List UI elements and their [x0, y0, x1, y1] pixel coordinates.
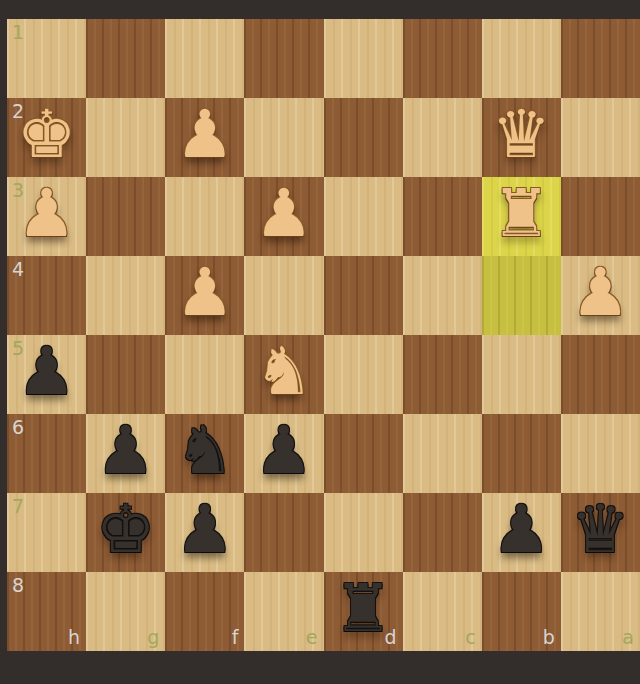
square-g4[interactable]	[86, 256, 165, 335]
square-e4[interactable]	[244, 256, 323, 335]
square-d4[interactable]	[324, 256, 403, 335]
square-g7[interactable]: ♚	[86, 493, 165, 572]
white-rook-b3[interactable]: ♜	[482, 181, 561, 247]
rank-label-1: 1	[12, 23, 24, 42]
square-c1[interactable]	[403, 19, 482, 98]
square-f4[interactable]: ♟	[165, 256, 244, 335]
square-h2[interactable]: 2♚	[7, 98, 86, 177]
black-knight-f6[interactable]: ♞	[165, 418, 244, 484]
square-e7[interactable]	[244, 493, 323, 572]
square-b5[interactable]	[482, 335, 561, 414]
rank-label-8: 8	[12, 576, 24, 595]
file-label-h: h	[68, 628, 80, 647]
square-c5[interactable]	[403, 335, 482, 414]
square-b2[interactable]: ♛	[482, 98, 561, 177]
square-g2[interactable]	[86, 98, 165, 177]
square-d6[interactable]	[324, 414, 403, 493]
file-label-c: c	[465, 628, 475, 647]
square-g3[interactable]	[86, 177, 165, 256]
square-a7[interactable]: ♛	[561, 493, 640, 572]
black-pawn-h5[interactable]: ♟	[7, 339, 86, 405]
square-h5[interactable]: 5♟	[7, 335, 86, 414]
square-d2[interactable]	[324, 98, 403, 177]
square-f5[interactable]	[165, 335, 244, 414]
square-h6[interactable]: 6	[7, 414, 86, 493]
square-g1[interactable]	[86, 19, 165, 98]
white-pawn-f4[interactable]: ♟	[165, 260, 244, 326]
square-a6[interactable]	[561, 414, 640, 493]
file-label-f: f	[232, 628, 239, 647]
black-king-g7[interactable]: ♚	[86, 497, 165, 563]
square-c6[interactable]	[403, 414, 482, 493]
square-d7[interactable]	[324, 493, 403, 572]
square-e5[interactable]: ♞	[244, 335, 323, 414]
square-c7[interactable]	[403, 493, 482, 572]
rank-label-6: 6	[12, 418, 24, 437]
black-queen-a7[interactable]: ♛	[561, 497, 640, 563]
square-g8[interactable]: g	[86, 572, 165, 651]
square-h7[interactable]: 7	[7, 493, 86, 572]
white-queen-b2[interactable]: ♛	[482, 102, 561, 168]
white-pawn-e3[interactable]: ♟	[244, 181, 323, 247]
black-pawn-b7[interactable]: ♟	[482, 497, 561, 563]
file-label-g: g	[147, 628, 159, 647]
square-f7[interactable]: ♟	[165, 493, 244, 572]
white-king-h2[interactable]: ♚	[7, 102, 86, 168]
square-h3[interactable]: 3♟	[7, 177, 86, 256]
square-a5[interactable]	[561, 335, 640, 414]
file-label-e: e	[306, 628, 318, 647]
square-f6[interactable]: ♞	[165, 414, 244, 493]
square-c2[interactable]	[403, 98, 482, 177]
square-a2[interactable]	[561, 98, 640, 177]
square-d1[interactable]	[324, 19, 403, 98]
square-f2[interactable]: ♟	[165, 98, 244, 177]
square-g6[interactable]: ♟	[86, 414, 165, 493]
square-g5[interactable]	[86, 335, 165, 414]
white-knight-e5[interactable]: ♞	[244, 339, 323, 405]
rank-label-7: 7	[12, 497, 24, 516]
square-d5[interactable]	[324, 335, 403, 414]
square-f3[interactable]	[165, 177, 244, 256]
square-f1[interactable]	[165, 19, 244, 98]
white-pawn-h3[interactable]: ♟	[7, 181, 86, 247]
white-pawn-a4[interactable]: ♟	[561, 260, 640, 326]
square-h8[interactable]: 8h	[7, 572, 86, 651]
square-b8[interactable]: b	[482, 572, 561, 651]
square-b6[interactable]	[482, 414, 561, 493]
black-pawn-f7[interactable]: ♟	[165, 497, 244, 563]
square-e8[interactable]: e	[244, 572, 323, 651]
square-c3[interactable]	[403, 177, 482, 256]
square-b4[interactable]	[482, 256, 561, 335]
square-c4[interactable]	[403, 256, 482, 335]
square-a1[interactable]	[561, 19, 640, 98]
square-a3[interactable]	[561, 177, 640, 256]
black-pawn-e6[interactable]: ♟	[244, 418, 323, 484]
square-d8[interactable]: d♜	[324, 572, 403, 651]
rank-label-4: 4	[12, 260, 24, 279]
square-e6[interactable]: ♟	[244, 414, 323, 493]
chess-board: 12♚♟♛3♟♟♜4♟♟5♟♞6♟♞♟7♚♟♟♛8hgfed♜cba	[7, 19, 640, 651]
white-pawn-f2[interactable]: ♟	[165, 102, 244, 168]
square-e2[interactable]	[244, 98, 323, 177]
square-b1[interactable]	[482, 19, 561, 98]
square-c8[interactable]: c	[403, 572, 482, 651]
black-pawn-g6[interactable]: ♟	[86, 418, 165, 484]
square-b7[interactable]: ♟	[482, 493, 561, 572]
file-label-b: b	[543, 628, 555, 647]
square-e3[interactable]: ♟	[244, 177, 323, 256]
square-e1[interactable]	[244, 19, 323, 98]
square-b3[interactable]: ♜	[482, 177, 561, 256]
square-f8[interactable]: f	[165, 572, 244, 651]
black-rook-d8[interactable]: ♜	[324, 576, 403, 642]
file-label-a: a	[622, 628, 634, 647]
square-a8[interactable]: a	[561, 572, 640, 651]
square-h1[interactable]: 1	[7, 19, 86, 98]
square-h4[interactable]: 4	[7, 256, 86, 335]
app-window: 12♚♟♛3♟♟♜4♟♟5♟♞6♟♞♟7♚♟♟♛8hgfed♜cba	[0, 0, 640, 684]
square-a4[interactable]: ♟	[561, 256, 640, 335]
square-d3[interactable]	[324, 177, 403, 256]
